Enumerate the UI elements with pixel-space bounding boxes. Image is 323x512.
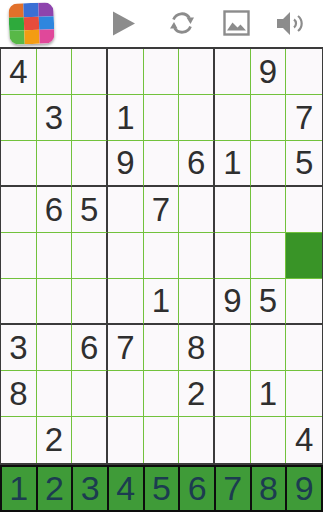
sudoku-cell-r8c6[interactable]: 2 (179, 371, 215, 417)
sudoku-cell-r5c5[interactable] (144, 233, 180, 279)
sudoku-cell-r8c2[interactable] (37, 371, 73, 417)
sudoku-cell-r7c7[interactable] (215, 325, 251, 371)
sudoku-cell-r2c6[interactable] (179, 95, 215, 141)
sudoku-cell-r8c9[interactable] (286, 371, 322, 417)
sudoku-cell-r4c4[interactable] (108, 187, 144, 233)
restart-button[interactable] (167, 8, 197, 41)
sudoku-cell-r9c1[interactable] (1, 417, 37, 463)
sudoku-cell-r9c4[interactable] (108, 417, 144, 463)
sudoku-cell-r7c8[interactable] (251, 325, 287, 371)
sudoku-cell-r9c2[interactable]: 2 (37, 417, 73, 463)
sudoku-cell-r3c9[interactable]: 5 (286, 141, 322, 187)
sudoku-cell-r3c6[interactable]: 6 (179, 141, 215, 187)
sudoku-cell-r4c3[interactable]: 5 (72, 187, 108, 233)
sudoku-app-screen: 493179615657195367882124 123456789 (0, 0, 323, 512)
sudoku-cell-r5c1[interactable] (1, 233, 37, 279)
numpad-button-9[interactable]: 9 (287, 467, 321, 510)
sudoku-cell-r2c5[interactable] (144, 95, 180, 141)
number-pad: 123456789 (0, 465, 323, 512)
background-image-button[interactable] (223, 10, 250, 39)
sudoku-cell-r8c5[interactable] (144, 371, 180, 417)
sudoku-cell-r6c8[interactable]: 5 (251, 279, 287, 325)
sudoku-cell-r2c7[interactable] (215, 95, 251, 141)
sudoku-cell-r6c4[interactable] (108, 279, 144, 325)
sudoku-cell-r2c1[interactable] (1, 95, 37, 141)
sudoku-cell-r8c7[interactable] (215, 371, 251, 417)
sudoku-cell-r7c9[interactable] (286, 325, 322, 371)
sudoku-cell-r7c6[interactable]: 8 (179, 325, 215, 371)
sudoku-cell-r5c9[interactable] (286, 233, 322, 279)
sudoku-cell-r7c1[interactable]: 3 (1, 325, 37, 371)
image-icon (223, 24, 250, 39)
app-logo-icon (8, 2, 54, 45)
sudoku-cell-r9c5[interactable] (144, 417, 180, 463)
sudoku-cell-r8c3[interactable] (72, 371, 108, 417)
play-icon (112, 24, 136, 39)
sudoku-cell-r8c1[interactable]: 8 (1, 371, 37, 417)
sudoku-cell-r9c7[interactable] (215, 417, 251, 463)
sudoku-cell-r3c4[interactable]: 9 (108, 141, 144, 187)
refresh-icon (167, 26, 197, 41)
sudoku-cell-r1c9[interactable] (286, 49, 322, 95)
sudoku-cell-r4c6[interactable] (179, 187, 215, 233)
sudoku-cell-r1c3[interactable] (72, 49, 108, 95)
sudoku-cell-r6c3[interactable] (72, 279, 108, 325)
sudoku-cell-r4c8[interactable] (251, 187, 287, 233)
sudoku-cell-r4c2[interactable]: 6 (37, 187, 73, 233)
sudoku-cell-r8c4[interactable] (108, 371, 144, 417)
sudoku-cell-r6c1[interactable] (1, 279, 37, 325)
numpad-button-6[interactable]: 6 (180, 467, 214, 510)
volume-icon (274, 26, 307, 41)
sudoku-cell-r2c8[interactable] (251, 95, 287, 141)
sudoku-cell-r1c2[interactable] (37, 49, 73, 95)
sudoku-cell-r6c5[interactable]: 1 (144, 279, 180, 325)
sudoku-cell-r1c5[interactable] (144, 49, 180, 95)
sudoku-cell-r5c3[interactable] (72, 233, 108, 279)
sudoku-cell-r2c9[interactable]: 7 (286, 95, 322, 141)
sudoku-cell-r3c8[interactable] (251, 141, 287, 187)
sudoku-cell-r7c5[interactable] (144, 325, 180, 371)
sudoku-cell-r9c3[interactable] (72, 417, 108, 463)
sudoku-cell-r8c8[interactable]: 1 (251, 371, 287, 417)
sudoku-cell-r6c2[interactable] (37, 279, 73, 325)
numpad-button-3[interactable]: 3 (73, 467, 107, 510)
sudoku-grid: 493179615657195367882124 (0, 47, 323, 465)
numpad-button-8[interactable]: 8 (252, 467, 286, 510)
sudoku-cell-r2c2[interactable]: 3 (37, 95, 73, 141)
sudoku-cell-r9c8[interactable] (251, 417, 287, 463)
sudoku-cell-r7c4[interactable]: 7 (108, 325, 144, 371)
sudoku-cell-r6c9[interactable] (286, 279, 322, 325)
sudoku-cell-r6c7[interactable]: 9 (215, 279, 251, 325)
sudoku-cell-r4c5[interactable]: 7 (144, 187, 180, 233)
sudoku-cell-r1c7[interactable] (215, 49, 251, 95)
sudoku-cell-r9c6[interactable] (179, 417, 215, 463)
sudoku-cell-r3c7[interactable]: 1 (215, 141, 251, 187)
sudoku-cell-r1c1[interactable]: 4 (1, 49, 37, 95)
numpad-button-4[interactable]: 4 (109, 467, 143, 510)
numpad-button-2[interactable]: 2 (38, 467, 72, 510)
sudoku-cell-r3c5[interactable] (144, 141, 180, 187)
sudoku-cell-r2c4[interactable]: 1 (108, 95, 144, 141)
toolbar (0, 0, 323, 47)
sudoku-cell-r5c6[interactable] (179, 233, 215, 279)
sudoku-cell-r9c9[interactable]: 4 (286, 417, 322, 463)
sudoku-cell-r6c6[interactable] (179, 279, 215, 325)
sudoku-cell-r3c3[interactable] (72, 141, 108, 187)
sudoku-cell-r5c2[interactable] (37, 233, 73, 279)
sudoku-cell-r4c1[interactable] (1, 187, 37, 233)
sudoku-cell-r7c3[interactable]: 6 (72, 325, 108, 371)
sudoku-cell-r3c1[interactable] (1, 141, 37, 187)
sudoku-cell-r3c2[interactable] (37, 141, 73, 187)
numpad-button-5[interactable]: 5 (145, 467, 179, 510)
sudoku-cell-r1c4[interactable] (108, 49, 144, 95)
sudoku-cell-r4c7[interactable] (215, 187, 251, 233)
numpad-button-1[interactable]: 1 (2, 467, 36, 510)
sudoku-cell-r5c4[interactable] (108, 233, 144, 279)
sudoku-cell-r5c8[interactable] (251, 233, 287, 279)
sound-button[interactable] (274, 9, 307, 41)
sudoku-cell-r5c7[interactable] (215, 233, 251, 279)
sudoku-cell-r2c3[interactable] (72, 95, 108, 141)
numpad-button-7[interactable]: 7 (216, 467, 250, 510)
sudoku-cell-r1c8[interactable]: 9 (251, 49, 287, 95)
play-button[interactable] (112, 11, 136, 39)
sudoku-cell-r1c6[interactable] (179, 49, 215, 95)
sudoku-cell-r7c2[interactable] (37, 325, 73, 371)
sudoku-cell-r4c9[interactable] (286, 187, 322, 233)
